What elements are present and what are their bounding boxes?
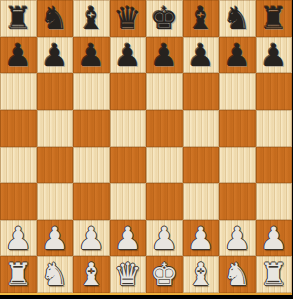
white-king[interactable]: ♚ — [146, 256, 183, 293]
square-f2[interactable]: ♟ — [183, 220, 220, 257]
white-pawn[interactable]: ♟ — [73, 220, 110, 257]
square-h5[interactable] — [256, 110, 293, 147]
square-f1[interactable]: ♝ — [183, 256, 220, 293]
square-e2[interactable]: ♟ — [146, 220, 183, 257]
square-g4[interactable] — [219, 147, 256, 184]
square-f5[interactable] — [183, 110, 220, 147]
white-knight[interactable]: ♞ — [37, 256, 74, 293]
black-bishop[interactable]: ♝ — [183, 0, 220, 37]
square-c5[interactable] — [73, 110, 110, 147]
square-e6[interactable] — [146, 73, 183, 110]
square-d3[interactable] — [110, 183, 147, 220]
square-a7[interactable]: ♟ — [0, 37, 37, 74]
square-f8[interactable]: ♝ — [183, 0, 220, 37]
black-rook[interactable]: ♜ — [256, 0, 293, 37]
square-b6[interactable] — [37, 73, 74, 110]
square-d1[interactable]: ♛ — [110, 256, 147, 293]
chess-app-screen: ♜♞♝♛♚♝♞♜♟♟♟♟♟♟♟♟♟♟♟♟♟♟♟♟♜♞♝♛♚♝♞♜ — [0, 0, 292, 299]
square-e8[interactable]: ♚ — [146, 0, 183, 37]
square-c3[interactable] — [73, 183, 110, 220]
black-king[interactable]: ♚ — [146, 0, 183, 37]
square-c8[interactable]: ♝ — [73, 0, 110, 37]
square-d5[interactable] — [110, 110, 147, 147]
square-c1[interactable]: ♝ — [73, 256, 110, 293]
square-g3[interactable] — [219, 183, 256, 220]
square-h1[interactable]: ♜ — [256, 256, 293, 293]
black-pawn[interactable]: ♟ — [0, 37, 37, 74]
black-rook[interactable]: ♜ — [0, 0, 37, 37]
white-pawn[interactable]: ♟ — [256, 220, 293, 257]
white-pawn[interactable]: ♟ — [183, 220, 220, 257]
white-pawn[interactable]: ♟ — [110, 220, 147, 257]
square-g7[interactable]: ♟ — [219, 37, 256, 74]
white-queen[interactable]: ♛ — [110, 256, 147, 293]
square-b4[interactable] — [37, 147, 74, 184]
white-knight[interactable]: ♞ — [219, 256, 256, 293]
square-g2[interactable]: ♟ — [219, 220, 256, 257]
square-c6[interactable] — [73, 73, 110, 110]
square-a4[interactable] — [0, 147, 37, 184]
white-rook[interactable]: ♜ — [0, 256, 37, 293]
square-a8[interactable]: ♜ — [0, 0, 37, 37]
square-h3[interactable] — [256, 183, 293, 220]
black-pawn[interactable]: ♟ — [37, 37, 74, 74]
square-b3[interactable] — [37, 183, 74, 220]
square-f7[interactable]: ♟ — [183, 37, 220, 74]
square-e1[interactable]: ♚ — [146, 256, 183, 293]
square-a3[interactable] — [0, 183, 37, 220]
bottom-bar — [0, 293, 292, 299]
square-b7[interactable]: ♟ — [37, 37, 74, 74]
square-b5[interactable] — [37, 110, 74, 147]
square-a2[interactable]: ♟ — [0, 220, 37, 257]
square-b1[interactable]: ♞ — [37, 256, 74, 293]
square-h2[interactable]: ♟ — [256, 220, 293, 257]
square-c7[interactable]: ♟ — [73, 37, 110, 74]
square-a6[interactable] — [0, 73, 37, 110]
square-f6[interactable] — [183, 73, 220, 110]
black-knight[interactable]: ♞ — [219, 0, 256, 37]
white-bishop[interactable]: ♝ — [183, 256, 220, 293]
square-b8[interactable]: ♞ — [37, 0, 74, 37]
chess-board: ♜♞♝♛♚♝♞♜♟♟♟♟♟♟♟♟♟♟♟♟♟♟♟♟♜♞♝♛♚♝♞♜ — [0, 0, 292, 293]
square-g5[interactable] — [219, 110, 256, 147]
square-g6[interactable] — [219, 73, 256, 110]
white-pawn[interactable]: ♟ — [146, 220, 183, 257]
square-b2[interactable]: ♟ — [37, 220, 74, 257]
black-knight[interactable]: ♞ — [37, 0, 74, 37]
square-e4[interactable] — [146, 147, 183, 184]
square-f3[interactable] — [183, 183, 220, 220]
square-g8[interactable]: ♞ — [219, 0, 256, 37]
square-e7[interactable]: ♟ — [146, 37, 183, 74]
square-h8[interactable]: ♜ — [256, 0, 293, 37]
black-queen[interactable]: ♛ — [110, 0, 147, 37]
square-e3[interactable] — [146, 183, 183, 220]
square-d6[interactable] — [110, 73, 147, 110]
square-g1[interactable]: ♞ — [219, 256, 256, 293]
square-c2[interactable]: ♟ — [73, 220, 110, 257]
white-pawn[interactable]: ♟ — [0, 220, 37, 257]
square-d7[interactable]: ♟ — [110, 37, 147, 74]
black-pawn[interactable]: ♟ — [256, 37, 293, 74]
square-c4[interactable] — [73, 147, 110, 184]
square-a1[interactable]: ♜ — [0, 256, 37, 293]
square-d8[interactable]: ♛ — [110, 0, 147, 37]
black-pawn[interactable]: ♟ — [146, 37, 183, 74]
square-d2[interactable]: ♟ — [110, 220, 147, 257]
square-e5[interactable] — [146, 110, 183, 147]
white-rook[interactable]: ♜ — [256, 256, 293, 293]
square-d4[interactable] — [110, 147, 147, 184]
square-h6[interactable] — [256, 73, 293, 110]
white-bishop[interactable]: ♝ — [73, 256, 110, 293]
black-pawn[interactable]: ♟ — [219, 37, 256, 74]
white-pawn[interactable]: ♟ — [219, 220, 256, 257]
black-pawn[interactable]: ♟ — [110, 37, 147, 74]
square-f4[interactable] — [183, 147, 220, 184]
square-h7[interactable]: ♟ — [256, 37, 293, 74]
white-pawn[interactable]: ♟ — [37, 220, 74, 257]
square-h4[interactable] — [256, 147, 293, 184]
black-pawn[interactable]: ♟ — [183, 37, 220, 74]
black-pawn[interactable]: ♟ — [73, 37, 110, 74]
bottom-separator-line — [0, 293, 292, 295]
square-a5[interactable] — [0, 110, 37, 147]
black-bishop[interactable]: ♝ — [73, 0, 110, 37]
